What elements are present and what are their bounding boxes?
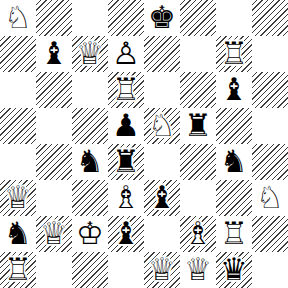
square-e1[interactable]: ♛♕ [144, 252, 180, 288]
white-queen-icon: ♕ [180, 252, 216, 288]
chess-board: ♞♘♚♚♝♝♛♕♟♙♜♖♜♖♝♝♟♟♞♘♜♜♞♞♜♜♞♞♛♕♝♗♝♝♞♘♞♞♛♕… [0, 0, 288, 288]
black-knight-icon: ♞ [0, 216, 36, 252]
white-rook-icon: ♖ [0, 252, 36, 288]
black-bishop-icon: ♝ [216, 72, 252, 108]
square-d1[interactable] [108, 252, 144, 288]
square-h2[interactable] [252, 216, 288, 252]
square-g7[interactable]: ♜♖ [216, 36, 252, 72]
white-pawn-icon: ♙ [108, 36, 144, 72]
white-king-icon: ♔ [72, 216, 108, 252]
white-knight-icon: ♘ [252, 180, 288, 216]
black-rook-icon: ♜ [180, 108, 216, 144]
square-a6[interactable] [0, 72, 36, 108]
white-bishop-icon: ♗ [180, 216, 216, 252]
square-e6[interactable] [144, 72, 180, 108]
white-queen-icon: ♕ [0, 180, 36, 216]
square-e4[interactable] [144, 144, 180, 180]
square-f5[interactable]: ♜♜ [180, 108, 216, 144]
square-b3[interactable] [36, 180, 72, 216]
square-a8[interactable]: ♞♘ [0, 0, 36, 36]
square-e7[interactable] [144, 36, 180, 72]
black-queen-icon: ♛ [216, 252, 252, 288]
black-bishop-icon: ♝ [144, 180, 180, 216]
square-h5[interactable] [252, 108, 288, 144]
square-h1[interactable] [252, 252, 288, 288]
square-g4[interactable]: ♞♞ [216, 144, 252, 180]
square-c1[interactable] [72, 252, 108, 288]
square-d6[interactable]: ♜♖ [108, 72, 144, 108]
square-d5[interactable]: ♟♟ [108, 108, 144, 144]
square-d2[interactable]: ♝♝ [108, 216, 144, 252]
black-pawn-icon: ♟ [108, 108, 144, 144]
black-knight-icon: ♞ [216, 144, 252, 180]
black-bishop-icon: ♝ [36, 36, 72, 72]
square-e8[interactable]: ♚♚ [144, 0, 180, 36]
square-b4[interactable] [36, 144, 72, 180]
square-g6[interactable]: ♝♝ [216, 72, 252, 108]
square-g2[interactable]: ♜♖ [216, 216, 252, 252]
square-c4[interactable]: ♞♞ [72, 144, 108, 180]
black-rook-icon: ♜ [108, 144, 144, 180]
square-a4[interactable] [0, 144, 36, 180]
square-c8[interactable] [72, 0, 108, 36]
square-f2[interactable]: ♝♗ [180, 216, 216, 252]
square-c6[interactable] [72, 72, 108, 108]
square-h6[interactable] [252, 72, 288, 108]
square-g1[interactable]: ♛♛ [216, 252, 252, 288]
square-h7[interactable] [252, 36, 288, 72]
square-b2[interactable]: ♛♕ [36, 216, 72, 252]
square-g5[interactable] [216, 108, 252, 144]
square-c2[interactable]: ♚♔ [72, 216, 108, 252]
square-b6[interactable] [36, 72, 72, 108]
square-d7[interactable]: ♟♙ [108, 36, 144, 72]
square-f7[interactable] [180, 36, 216, 72]
square-e5[interactable]: ♞♘ [144, 108, 180, 144]
square-a7[interactable] [0, 36, 36, 72]
square-g3[interactable] [216, 180, 252, 216]
square-h8[interactable] [252, 0, 288, 36]
black-bishop-icon: ♝ [108, 216, 144, 252]
square-e3[interactable]: ♝♝ [144, 180, 180, 216]
white-bishop-icon: ♗ [108, 180, 144, 216]
square-a3[interactable]: ♛♕ [0, 180, 36, 216]
white-queen-icon: ♕ [36, 216, 72, 252]
square-d4[interactable]: ♜♜ [108, 144, 144, 180]
white-rook-icon: ♖ [216, 216, 252, 252]
square-b5[interactable] [36, 108, 72, 144]
square-c3[interactable] [72, 180, 108, 216]
square-c7[interactable]: ♛♕ [72, 36, 108, 72]
square-f6[interactable] [180, 72, 216, 108]
square-f1[interactable]: ♛♕ [180, 252, 216, 288]
square-a5[interactable] [0, 108, 36, 144]
square-g8[interactable] [216, 0, 252, 36]
square-f8[interactable] [180, 0, 216, 36]
square-b8[interactable] [36, 0, 72, 36]
square-h3[interactable]: ♞♘ [252, 180, 288, 216]
square-b7[interactable]: ♝♝ [36, 36, 72, 72]
white-rook-icon: ♖ [216, 36, 252, 72]
square-e2[interactable] [144, 216, 180, 252]
square-b1[interactable] [36, 252, 72, 288]
black-knight-icon: ♞ [72, 144, 108, 180]
square-a2[interactable]: ♞♞ [0, 216, 36, 252]
white-knight-icon: ♘ [0, 0, 36, 36]
square-f4[interactable] [180, 144, 216, 180]
white-queen-icon: ♕ [72, 36, 108, 72]
square-d3[interactable]: ♝♗ [108, 180, 144, 216]
black-king-icon: ♚ [144, 0, 180, 36]
square-h4[interactable] [252, 144, 288, 180]
white-knight-icon: ♘ [144, 108, 180, 144]
square-a1[interactable]: ♜♖ [0, 252, 36, 288]
white-queen-icon: ♕ [144, 252, 180, 288]
square-c5[interactable] [72, 108, 108, 144]
square-f3[interactable] [180, 180, 216, 216]
square-d8[interactable] [108, 0, 144, 36]
white-rook-icon: ♖ [108, 72, 144, 108]
